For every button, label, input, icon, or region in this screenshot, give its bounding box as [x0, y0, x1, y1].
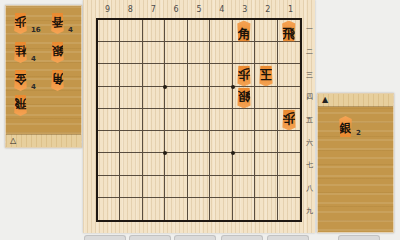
- square-47[interactable]: [210, 153, 232, 175]
- square-94[interactable]: [98, 87, 120, 109]
- hand-piece-count: 4: [68, 27, 73, 34]
- square-37[interactable]: [233, 153, 255, 175]
- square-52[interactable]: [188, 42, 210, 64]
- rank-label-2: 二: [304, 41, 315, 64]
- square-45[interactable]: [210, 109, 232, 131]
- star-point: [231, 151, 235, 155]
- rank-label-7: 七: [304, 154, 315, 177]
- file-label-4: 4: [210, 4, 233, 15]
- square-77[interactable]: [143, 153, 165, 175]
- hand-piece-gote-rook[interactable]: 飛: [11, 95, 30, 116]
- rank-label-8: 八: [304, 177, 315, 200]
- square-79[interactable]: [143, 198, 165, 220]
- square-81[interactable]: [120, 20, 142, 42]
- square-97[interactable]: [98, 153, 120, 175]
- file-label-5: 5: [188, 4, 211, 15]
- hand-piece-count: 4: [31, 56, 36, 63]
- square-29[interactable]: [255, 198, 277, 220]
- file-label-2: 2: [256, 4, 279, 15]
- rank-label-3: 三: [304, 63, 315, 86]
- gote-captured-tray: 歩16香4桂4銀金4角飛 △: [5, 5, 82, 148]
- square-84[interactable]: [120, 87, 142, 109]
- square-66[interactable]: [165, 131, 187, 153]
- rank-label-5: 五: [304, 109, 315, 132]
- square-89[interactable]: [120, 198, 142, 220]
- square-68[interactable]: [165, 176, 187, 198]
- square-22[interactable]: [255, 42, 277, 64]
- square-98[interactable]: [98, 176, 120, 198]
- square-71[interactable]: [143, 20, 165, 42]
- square-48[interactable]: [210, 176, 232, 198]
- toolbar-button[interactable]: [174, 235, 216, 240]
- square-67[interactable]: [165, 153, 187, 175]
- rank-label-1: 一: [304, 18, 315, 41]
- square-73[interactable]: [143, 64, 165, 86]
- hand-piece-gote-bishop[interactable]: 角: [48, 70, 67, 91]
- square-26[interactable]: [255, 131, 277, 153]
- square-75[interactable]: [143, 109, 165, 131]
- square-96[interactable]: [98, 131, 120, 153]
- sente-captured-tray: ▲ 銀2: [317, 93, 394, 233]
- star-point: [163, 85, 167, 89]
- square-59[interactable]: [188, 198, 210, 220]
- rank-labels: 一二三四五六七八九: [304, 18, 315, 222]
- square-35[interactable]: [233, 109, 255, 131]
- square-36[interactable]: [233, 131, 255, 153]
- square-74[interactable]: [143, 87, 165, 109]
- square-88[interactable]: [120, 176, 142, 198]
- square-65[interactable]: [165, 109, 187, 131]
- hand-piece-count: 16: [31, 27, 41, 34]
- square-61[interactable]: [165, 20, 187, 42]
- file-label-6: 6: [165, 4, 188, 15]
- gote-hand-pieces: 歩16香4桂4銀金4角飛: [6, 6, 81, 147]
- hand-piece-sente-silver[interactable]: 銀: [336, 116, 355, 137]
- square-58[interactable]: [188, 176, 210, 198]
- hand-piece-gote-knight[interactable]: 桂: [11, 42, 30, 63]
- square-53[interactable]: [188, 64, 210, 86]
- hand-piece-gote-lance[interactable]: 香: [48, 13, 67, 34]
- toolbar-button[interactable]: [221, 235, 263, 240]
- file-label-7: 7: [142, 4, 165, 15]
- square-82[interactable]: [120, 42, 142, 64]
- square-92[interactable]: [98, 42, 120, 64]
- square-63[interactable]: [165, 64, 187, 86]
- square-18[interactable]: [278, 176, 300, 198]
- toolbar-button[interactable]: [84, 235, 126, 240]
- square-99[interactable]: [98, 198, 120, 220]
- square-13[interactable]: [278, 64, 300, 86]
- file-label-3: 3: [233, 4, 256, 15]
- hand-piece-count: 2: [356, 130, 361, 137]
- square-54[interactable]: [188, 87, 210, 109]
- square-32[interactable]: [233, 42, 255, 64]
- square-43[interactable]: [210, 64, 232, 86]
- shogi-app: 歩16香4桂4銀金4角飛 △ 987654321 角飛歩玉銀歩 一二三四五六七八…: [0, 0, 400, 240]
- square-86[interactable]: [120, 131, 142, 153]
- square-49[interactable]: [210, 198, 232, 220]
- square-14[interactable]: [278, 87, 300, 109]
- square-57[interactable]: [188, 153, 210, 175]
- hand-piece-gote-gold[interactable]: 金: [11, 70, 30, 91]
- square-83[interactable]: [120, 64, 142, 86]
- square-55[interactable]: [188, 109, 210, 131]
- sente-hand-pieces: 銀2: [318, 94, 393, 232]
- toolbar-button[interactable]: [129, 235, 171, 240]
- square-17[interactable]: [278, 153, 300, 175]
- hand-piece-gote-pawn[interactable]: 歩: [11, 13, 30, 34]
- square-85[interactable]: [120, 109, 142, 131]
- rank-label-6: 六: [304, 131, 315, 154]
- hand-piece-count: 4: [31, 84, 36, 91]
- hand-piece-gote-silver[interactable]: 銀: [48, 42, 67, 63]
- toolbar-button[interactable]: [338, 235, 380, 240]
- square-64[interactable]: [165, 87, 187, 109]
- file-label-9: 9: [96, 4, 119, 15]
- square-24[interactable]: [255, 87, 277, 109]
- square-12[interactable]: [278, 42, 300, 64]
- square-39[interactable]: [233, 198, 255, 220]
- square-51[interactable]: [188, 20, 210, 42]
- star-point: [163, 151, 167, 155]
- square-19[interactable]: [278, 198, 300, 220]
- gote-tray-header: △: [6, 134, 81, 147]
- square-87[interactable]: [120, 153, 142, 175]
- square-76[interactable]: [143, 131, 165, 153]
- shogi-board: 角飛歩玉銀歩: [96, 18, 302, 222]
- square-42[interactable]: [210, 42, 232, 64]
- gote-indicator: △: [10, 137, 16, 145]
- square-21[interactable]: [255, 20, 277, 42]
- square-27[interactable]: [255, 153, 277, 175]
- toolbar-button[interactable]: [267, 235, 309, 240]
- square-56[interactable]: [188, 131, 210, 153]
- file-label-1: 1: [279, 4, 302, 15]
- square-44[interactable]: [210, 87, 232, 109]
- star-point: [231, 85, 235, 89]
- square-95[interactable]: [98, 109, 120, 131]
- square-16[interactable]: [278, 131, 300, 153]
- square-25[interactable]: [255, 109, 277, 131]
- square-28[interactable]: [255, 176, 277, 198]
- square-91[interactable]: [98, 20, 120, 42]
- file-label-8: 8: [119, 4, 142, 15]
- rank-label-9: 九: [304, 199, 315, 222]
- square-46[interactable]: [210, 131, 232, 153]
- square-78[interactable]: [143, 176, 165, 198]
- square-72[interactable]: [143, 42, 165, 64]
- square-38[interactable]: [233, 176, 255, 198]
- file-labels: 987654321: [96, 4, 302, 15]
- square-93[interactable]: [98, 64, 120, 86]
- square-62[interactable]: [165, 42, 187, 64]
- square-41[interactable]: [210, 20, 232, 42]
- square-69[interactable]: [165, 198, 187, 220]
- shogi-board-panel: 987654321 角飛歩玉銀歩 一二三四五六七八九: [83, 0, 315, 233]
- rank-label-4: 四: [304, 86, 315, 109]
